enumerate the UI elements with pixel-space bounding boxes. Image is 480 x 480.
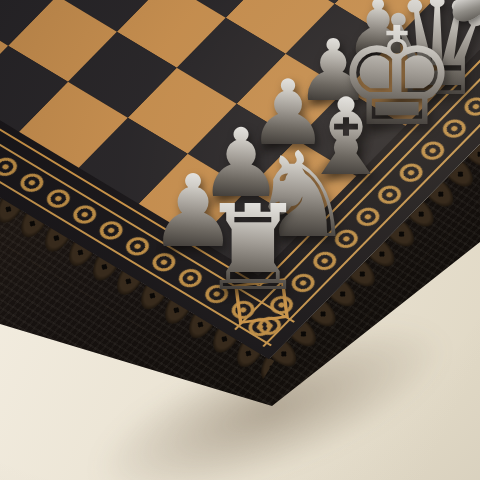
chess-box-photo: ♟♛♟♚♟♝♟♞♟♜ xyxy=(0,0,480,480)
rook-h8: ♜ xyxy=(194,189,312,307)
